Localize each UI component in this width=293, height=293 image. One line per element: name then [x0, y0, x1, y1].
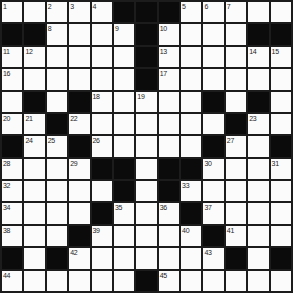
- cell-r5c8[interactable]: [159, 92, 179, 112]
- block-cell-r13c7: [136, 271, 156, 291]
- cell-r3c10[interactable]: [203, 47, 223, 67]
- cell-r1c1[interactable]: 1: [2, 2, 22, 22]
- cell-r13c5[interactable]: [92, 271, 112, 291]
- cell-r11c2[interactable]: [24, 226, 44, 246]
- block-cell-r2c12: [248, 24, 268, 44]
- clue-number-6: 6: [204, 2, 208, 11]
- clue-number-32: 32: [3, 181, 10, 190]
- cell-r4c9[interactable]: [181, 69, 201, 89]
- clue-number-8: 8: [48, 24, 52, 33]
- cell-r3c2[interactable]: 12: [24, 47, 44, 67]
- clue-number-45: 45: [160, 271, 167, 280]
- cell-r11c12[interactable]: [248, 226, 268, 246]
- clue-number-35: 35: [115, 203, 122, 212]
- block-cell-r8c6: [114, 159, 134, 179]
- cell-r10c8[interactable]: 36: [159, 203, 179, 223]
- cell-r2c4[interactable]: [69, 24, 89, 44]
- cell-r10c13[interactable]: [271, 203, 291, 223]
- block-cell-r8c8: [159, 159, 179, 179]
- block-cell-r2c2: [24, 24, 44, 44]
- cell-r1c11[interactable]: 7: [226, 2, 246, 22]
- block-cell-r8c9: [181, 159, 201, 179]
- clue-number-13: 13: [160, 47, 167, 56]
- block-cell-r12c3: [47, 248, 67, 268]
- cell-r11c1[interactable]: 38: [2, 226, 22, 246]
- cell-r11c9[interactable]: 40: [181, 226, 201, 246]
- cell-r7c8[interactable]: [159, 136, 179, 156]
- cell-r3c9[interactable]: [181, 47, 201, 67]
- clue-number-21: 21: [25, 114, 32, 123]
- cell-r11c5[interactable]: 39: [92, 226, 112, 246]
- cell-r6c8[interactable]: [159, 114, 179, 134]
- cell-r10c12[interactable]: [248, 203, 268, 223]
- clue-number-18: 18: [93, 92, 100, 101]
- clue-number-40: 40: [182, 226, 189, 235]
- block-cell-r2c7: [136, 24, 156, 44]
- cell-r3c1[interactable]: 11: [2, 47, 22, 67]
- cell-r6c9[interactable]: [181, 114, 201, 134]
- cell-r13c10[interactable]: [203, 271, 223, 291]
- cell-r4c6[interactable]: [114, 69, 134, 89]
- cell-r2c10[interactable]: [203, 24, 223, 44]
- clue-number-16: 16: [3, 69, 10, 78]
- clue-number-34: 34: [3, 203, 10, 212]
- cell-r5c13[interactable]: [271, 92, 291, 112]
- cell-r6c10[interactable]: [203, 114, 223, 134]
- cell-r7c11[interactable]: 27: [226, 136, 246, 156]
- cell-r12c10[interactable]: 43: [203, 248, 223, 268]
- cell-r1c9[interactable]: 5: [181, 2, 201, 22]
- cell-r4c8[interactable]: 17: [159, 69, 179, 89]
- cell-r4c4[interactable]: [69, 69, 89, 89]
- cell-r4c11[interactable]: [226, 69, 246, 89]
- cell-r5c7[interactable]: 19: [136, 92, 156, 112]
- cell-r13c3[interactable]: [47, 271, 67, 291]
- block-cell-r1c6: [114, 2, 134, 22]
- cell-r12c12[interactable]: [248, 248, 268, 268]
- cell-r13c9[interactable]: [181, 271, 201, 291]
- cell-r3c3[interactable]: [47, 47, 67, 67]
- cell-r4c1[interactable]: 16: [2, 69, 22, 89]
- cell-r9c10[interactable]: [203, 181, 223, 201]
- cell-r4c5[interactable]: [92, 69, 112, 89]
- cell-r2c9[interactable]: [181, 24, 201, 44]
- block-cell-r5c10: [203, 92, 223, 112]
- clue-number-42: 42: [70, 248, 77, 257]
- cell-r9c4[interactable]: [69, 181, 89, 201]
- clue-number-37: 37: [204, 203, 211, 212]
- cell-r9c12[interactable]: [248, 181, 268, 201]
- cell-r10c7[interactable]: [136, 203, 156, 223]
- block-cell-r9c8: [159, 181, 179, 201]
- cell-r13c4[interactable]: [69, 271, 89, 291]
- cell-r1c3[interactable]: 2: [47, 2, 67, 22]
- cell-r10c2[interactable]: [24, 203, 44, 223]
- clue-number-25: 25: [48, 136, 55, 145]
- cell-r6c4[interactable]: 22: [69, 114, 89, 134]
- cell-r4c10[interactable]: [203, 69, 223, 89]
- cell-r5c1[interactable]: [2, 92, 22, 112]
- cell-r4c12[interactable]: [248, 69, 268, 89]
- cell-r8c10[interactable]: 30: [203, 159, 223, 179]
- cell-r1c10[interactable]: 6: [203, 2, 223, 22]
- clue-number-1: 1: [3, 2, 7, 11]
- cell-r4c2[interactable]: [24, 69, 44, 89]
- clue-number-30: 30: [204, 159, 211, 168]
- cell-r2c3[interactable]: 8: [47, 24, 67, 44]
- cell-r5c9[interactable]: [181, 92, 201, 112]
- cell-r8c2[interactable]: [24, 159, 44, 179]
- clue-number-4: 4: [93, 2, 97, 11]
- crossword-grid: 1234567891011121314151617181920212223242…: [0, 0, 293, 293]
- cell-r9c3[interactable]: [47, 181, 67, 201]
- cell-r5c3[interactable]: [47, 92, 67, 112]
- cell-r1c12[interactable]: [248, 2, 268, 22]
- block-cell-r6c3: [47, 114, 67, 134]
- cell-r9c1[interactable]: 32: [2, 181, 22, 201]
- cell-r13c8[interactable]: 45: [159, 271, 179, 291]
- block-cell-r11c4: [69, 226, 89, 246]
- clue-number-31: 31: [272, 159, 279, 168]
- block-cell-r10c5: [92, 203, 112, 223]
- block-cell-r12c13: [271, 248, 291, 268]
- clue-number-14: 14: [249, 47, 256, 56]
- block-cell-r8c5: [92, 159, 112, 179]
- block-cell-r12c1: [2, 248, 22, 268]
- clue-number-10: 10: [160, 24, 167, 33]
- cell-r11c8[interactable]: [159, 226, 179, 246]
- cell-r8c7[interactable]: [136, 159, 156, 179]
- block-cell-r5c4: [69, 92, 89, 112]
- cell-r5c6[interactable]: [114, 92, 134, 112]
- cell-r3c6[interactable]: [114, 47, 134, 67]
- cell-r11c6[interactable]: [114, 226, 134, 246]
- cell-r10c3[interactable]: [47, 203, 67, 223]
- cell-r8c13[interactable]: 31: [271, 159, 291, 179]
- clue-number-15: 15: [272, 47, 279, 56]
- clue-number-19: 19: [137, 92, 144, 101]
- cell-r8c12[interactable]: [248, 159, 268, 179]
- cell-r3c11[interactable]: [226, 47, 246, 67]
- cell-r3c8[interactable]: 13: [159, 47, 179, 67]
- cell-r8c4[interactable]: 29: [69, 159, 89, 179]
- cell-r11c11[interactable]: 41: [226, 226, 246, 246]
- cell-r7c7[interactable]: [136, 136, 156, 156]
- cell-r10c1[interactable]: 34: [2, 203, 22, 223]
- cell-r8c3[interactable]: [47, 159, 67, 179]
- cell-r6c5[interactable]: [92, 114, 112, 134]
- cell-r13c13[interactable]: [271, 271, 291, 291]
- cell-r2c6[interactable]: 9: [114, 24, 134, 44]
- clue-number-39: 39: [93, 226, 100, 235]
- block-cell-r2c13: [271, 24, 291, 44]
- cell-r11c3[interactable]: [47, 226, 67, 246]
- clue-number-44: 44: [3, 271, 10, 280]
- cell-r12c6[interactable]: [114, 248, 134, 268]
- cell-r13c2[interactable]: [24, 271, 44, 291]
- cell-r4c13[interactable]: [271, 69, 291, 89]
- cell-r6c7[interactable]: [136, 114, 156, 134]
- block-cell-r10c9: [181, 203, 201, 223]
- cell-r7c3[interactable]: 25: [47, 136, 67, 156]
- clue-number-9: 9: [115, 24, 119, 33]
- clue-number-5: 5: [182, 2, 186, 11]
- cell-r6c2[interactable]: 21: [24, 114, 44, 134]
- cell-r6c1[interactable]: 20: [2, 114, 22, 134]
- cell-r12c2[interactable]: [24, 248, 44, 268]
- cell-r12c9[interactable]: [181, 248, 201, 268]
- clue-number-22: 22: [70, 114, 77, 123]
- cell-r12c4[interactable]: 42: [69, 248, 89, 268]
- block-cell-r6c11: [226, 114, 246, 134]
- cell-r1c4[interactable]: 3: [69, 2, 89, 22]
- cell-r9c9[interactable]: 33: [181, 181, 201, 201]
- cell-r2c11[interactable]: [226, 24, 246, 44]
- cell-r7c9[interactable]: [181, 136, 201, 156]
- block-cell-r4c7: [136, 69, 156, 89]
- cell-r6c12[interactable]: 23: [248, 114, 268, 134]
- cell-r13c6[interactable]: [114, 271, 134, 291]
- clue-number-27: 27: [227, 136, 234, 145]
- cell-r5c5[interactable]: 18: [92, 92, 112, 112]
- clue-number-11: 11: [3, 47, 10, 56]
- block-cell-r2c1: [2, 24, 22, 44]
- block-cell-r7c1: [2, 136, 22, 156]
- clue-number-28: 28: [3, 159, 10, 168]
- cell-r2c8[interactable]: 10: [159, 24, 179, 44]
- cell-r10c4[interactable]: [69, 203, 89, 223]
- block-cell-r1c7: [136, 2, 156, 22]
- block-cell-r7c13: [271, 136, 291, 156]
- clue-number-26: 26: [93, 136, 100, 145]
- cell-r4c3[interactable]: [47, 69, 67, 89]
- cell-r9c11[interactable]: [226, 181, 246, 201]
- cell-r9c7[interactable]: [136, 181, 156, 201]
- block-cell-r3c7: [136, 47, 156, 67]
- block-cell-r9c6: [114, 181, 134, 201]
- cell-r1c13[interactable]: [271, 2, 291, 22]
- clue-number-7: 7: [227, 2, 231, 11]
- cell-r9c5[interactable]: [92, 181, 112, 201]
- cell-r1c5[interactable]: 4: [92, 2, 112, 22]
- block-cell-r5c2: [24, 92, 44, 112]
- block-cell-r11c10: [203, 226, 223, 246]
- cell-r7c5[interactable]: 26: [92, 136, 112, 156]
- cell-r10c11[interactable]: [226, 203, 246, 223]
- cell-r8c1[interactable]: 28: [2, 159, 22, 179]
- block-cell-r7c10: [203, 136, 223, 156]
- cell-r3c13[interactable]: 15: [271, 47, 291, 67]
- clue-number-20: 20: [3, 114, 10, 123]
- cell-r3c5[interactable]: [92, 47, 112, 67]
- cell-r9c13[interactable]: [271, 181, 291, 201]
- cell-r6c13[interactable]: [271, 114, 291, 134]
- cell-r12c5[interactable]: [92, 248, 112, 268]
- cell-r5c11[interactable]: [226, 92, 246, 112]
- block-cell-r12c11: [226, 248, 246, 268]
- clue-number-41: 41: [227, 226, 234, 235]
- cell-r12c7[interactable]: [136, 248, 156, 268]
- clue-number-43: 43: [204, 248, 211, 257]
- cell-r6c6[interactable]: [114, 114, 134, 134]
- cell-r3c4[interactable]: [69, 47, 89, 67]
- cell-r11c13[interactable]: [271, 226, 291, 246]
- cell-r7c6[interactable]: [114, 136, 134, 156]
- clue-number-38: 38: [3, 226, 10, 235]
- block-cell-r1c8: [159, 2, 179, 22]
- cell-r7c12[interactable]: [248, 136, 268, 156]
- clue-number-3: 3: [70, 2, 74, 11]
- cell-r13c12[interactable]: [248, 271, 268, 291]
- cell-r9c2[interactable]: [24, 181, 44, 201]
- cell-r12c8[interactable]: [159, 248, 179, 268]
- clue-number-12: 12: [25, 47, 32, 56]
- cell-r1c2[interactable]: [24, 2, 44, 22]
- cell-r13c11[interactable]: [226, 271, 246, 291]
- block-cell-r5c12: [248, 92, 268, 112]
- cell-r7c2[interactable]: 24: [24, 136, 44, 156]
- block-cell-r7c4: [69, 136, 89, 156]
- clue-number-2: 2: [48, 2, 52, 11]
- clue-number-33: 33: [182, 181, 189, 190]
- cell-r13c1[interactable]: 44: [2, 271, 22, 291]
- cell-r8c11[interactable]: [226, 159, 246, 179]
- cell-r10c10[interactable]: 37: [203, 203, 223, 223]
- cell-r11c7[interactable]: [136, 226, 156, 246]
- clue-number-36: 36: [160, 203, 167, 212]
- cell-r10c6[interactable]: 35: [114, 203, 134, 223]
- clue-number-29: 29: [70, 159, 77, 168]
- clue-number-17: 17: [160, 69, 167, 78]
- cell-r3c12[interactable]: 14: [248, 47, 268, 67]
- cell-r2c5[interactable]: [92, 24, 112, 44]
- clue-number-23: 23: [249, 114, 256, 123]
- clue-number-24: 24: [25, 136, 32, 145]
